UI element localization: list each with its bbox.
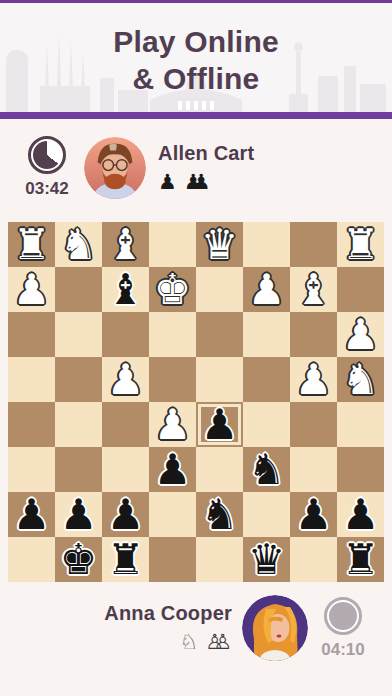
black-pawn-piece: ♟ [201,402,239,447]
board-square[interactable] [55,357,102,402]
board-square[interactable] [290,537,337,582]
board-square[interactable] [8,402,55,447]
board-square[interactable] [196,447,243,492]
local-player-name: Anna Cooper [104,602,232,625]
board-square[interactable] [243,357,290,402]
board-square[interactable]: ♟ [102,357,149,402]
board-square[interactable]: ♝ [290,267,337,312]
black-queen-piece: ♛ [248,537,286,582]
board-square[interactable] [196,267,243,312]
captured-black-pawn-group: ♟♟ [184,170,211,194]
black-pawn-piece: ♟ [107,492,145,537]
opponent-clock-block: 03:42 [22,136,72,199]
board-square[interactable] [196,312,243,357]
board-square[interactable] [337,402,384,447]
board-square[interactable] [243,222,290,267]
board-square[interactable]: ♟ [149,447,196,492]
board-square[interactable]: ♜ [8,222,55,267]
board-square[interactable] [149,357,196,402]
captured-white-knight: ♘ [180,630,199,654]
board-square[interactable]: ♟ [8,492,55,537]
opponent-name: Allen Cart [158,142,254,165]
board-square[interactable]: ♝ [102,267,149,312]
board-square[interactable]: ♛ [196,222,243,267]
purple-divider-bar [0,112,392,119]
local-player-captured-pieces: ♘♙♙ [180,628,232,654]
local-player-time: 04:10 [321,640,364,660]
white-pawn-piece: ♟ [13,267,51,312]
board-square[interactable]: ♟ [8,267,55,312]
opponent-avatar [84,137,146,199]
local-player-avatar [242,595,308,661]
opponent-captured-pieces: ♟♟♟ [158,168,254,194]
white-king-piece: ♚ [154,267,192,312]
board-square[interactable] [102,312,149,357]
title-line-1: Play Online [0,23,392,60]
highlighted-square[interactable]: ♟ [196,402,243,447]
board-square[interactable] [290,222,337,267]
opponent-player-bar: 03:42 [0,119,392,222]
white-queen-piece: ♛ [201,222,239,267]
board-square[interactable] [55,402,102,447]
board-square[interactable] [55,312,102,357]
white-bishop-piece: ♝ [107,222,145,267]
board-square[interactable]: ♚ [149,267,196,312]
board-square[interactable]: ♝ [102,222,149,267]
board-square[interactable] [337,267,384,312]
board-square[interactable]: ♚ [55,537,102,582]
board-square[interactable]: ♟ [337,492,384,537]
local-player-info: Anna Cooper ♘♙♙ [104,602,232,654]
black-pawn-piece: ♟ [295,492,333,537]
board-square[interactable] [149,537,196,582]
board-square[interactable] [8,357,55,402]
white-pawn-piece: ♟ [295,357,333,402]
board-square[interactable]: ♜ [102,537,149,582]
board-square[interactable]: ♟ [55,492,102,537]
page-title: Play Online & Offline [0,3,392,97]
board-square[interactable] [55,447,102,492]
local-player-clock-block: 04:10 [318,597,368,660]
board-square[interactable]: ♟ [337,312,384,357]
local-player-bar: Anna Cooper ♘♙♙ 04:10 [0,582,392,696]
board-square[interactable] [290,447,337,492]
pie-timer-icon [28,136,66,174]
chess-board: ♜♞♝♛♜♟♝♚♟♝♟♟♟♞♟♟♟♞♟♟♟♞♟♟♚♜♛♜ [8,222,384,582]
black-bishop-piece: ♝ [107,267,145,312]
white-knight-piece: ♞ [60,222,98,267]
board-square[interactable] [243,312,290,357]
board-square[interactable] [149,492,196,537]
captured-black-pawn: ♟ [158,170,177,194]
white-pawn-piece: ♟ [154,402,192,447]
clock-circle-icon [324,597,362,635]
white-pawn-piece: ♟ [342,312,380,357]
board-square[interactable]: ♞ [337,357,384,402]
board-square[interactable] [243,402,290,447]
board-square[interactable] [102,447,149,492]
captured-white-pawn-group: ♙♙ [205,630,232,654]
board-square[interactable] [337,447,384,492]
board-square[interactable] [196,537,243,582]
black-pawn-piece: ♟ [154,447,192,492]
board-square[interactable]: ♟ [290,357,337,402]
board-square[interactable] [149,312,196,357]
board-square[interactable]: ♟ [102,492,149,537]
black-pawn-piece: ♟ [60,492,98,537]
black-rook-piece: ♜ [107,537,145,582]
header: Play Online & Offline [0,3,392,112]
black-knight-piece: ♞ [201,492,239,537]
board-square[interactable]: ♛ [243,537,290,582]
board-square[interactable]: ♟ [149,402,196,447]
black-rook-piece: ♜ [342,537,380,582]
board-square[interactable] [290,312,337,357]
board-square[interactable] [8,447,55,492]
board-square[interactable] [243,492,290,537]
opponent-info: Allen Cart ♟♟♟ [158,142,254,194]
board-square[interactable] [102,402,149,447]
board-square[interactable]: ♟ [290,492,337,537]
board-square[interactable] [149,222,196,267]
board-square[interactable]: ♞ [55,222,102,267]
board-square[interactable]: ♞ [196,492,243,537]
black-pawn-piece: ♟ [342,492,380,537]
white-bishop-piece: ♝ [295,267,333,312]
black-king-piece: ♚ [60,537,98,582]
board-square[interactable]: ♟ [243,267,290,312]
board-square[interactable] [8,537,55,582]
chess-app-screen: Play Online & Offline 03:42 [0,0,392,696]
board-square[interactable] [290,402,337,447]
opponent-time: 03:42 [25,179,68,199]
board-square[interactable]: ♜ [337,222,384,267]
board-square[interactable] [8,312,55,357]
title-line-2: & Offline [0,60,392,97]
board-square[interactable]: ♜ [337,537,384,582]
black-knight-piece: ♞ [248,447,286,492]
white-pawn-piece: ♟ [107,357,145,402]
white-rook-piece: ♜ [342,222,380,267]
board-square[interactable] [55,267,102,312]
white-pawn-piece: ♟ [248,267,286,312]
black-pawn-piece: ♟ [13,492,51,537]
board-square[interactable]: ♞ [243,447,290,492]
white-rook-piece: ♜ [13,222,51,267]
board-square[interactable] [196,357,243,402]
white-knight-piece: ♞ [342,357,380,402]
